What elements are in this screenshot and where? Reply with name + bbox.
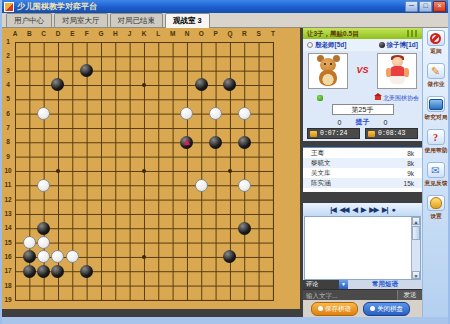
- captures-label: 提子: [356, 117, 370, 127]
- tab-3[interactable]: 对局已结束: [110, 13, 164, 27]
- tab-4[interactable]: 观战室 3: [165, 13, 210, 28]
- white-go-stone: [37, 250, 50, 263]
- row-label: 7: [3, 124, 13, 131]
- white-go-stone: [209, 107, 222, 120]
- white-captures: 0: [338, 119, 342, 126]
- back-fast-button[interactable]: ◀◀: [340, 206, 349, 214]
- close-board-button[interactable]: 关闭棋盘: [363, 302, 410, 316]
- column-label: E: [67, 30, 77, 37]
- spectator-name: 吴文库: [311, 169, 331, 178]
- column-label: M: [168, 30, 178, 37]
- minimize-button[interactable]: ─: [405, 1, 418, 12]
- board-grid: [15, 42, 274, 301]
- row-label: 13: [3, 210, 13, 217]
- column-label: D: [53, 30, 63, 37]
- white-go-stone: [23, 236, 36, 249]
- white-go-stone: [37, 107, 50, 120]
- avatars-row: VS: [303, 51, 422, 93]
- column-label: Q: [225, 30, 235, 37]
- clock-icon: [310, 131, 317, 137]
- school-icon: [317, 95, 323, 101]
- board-bottom-strip: [2, 309, 300, 317]
- last-move-button[interactable]: ▶|: [382, 206, 387, 214]
- forward-fast-button[interactable]: ▶▶: [369, 206, 378, 214]
- ban-icon: [427, 30, 445, 46]
- row-label: 1: [3, 38, 13, 45]
- chat-input-row: 发送: [303, 289, 422, 300]
- message-type-select[interactable]: 评论: [303, 280, 339, 289]
- sidebar-item-label: 返回: [430, 47, 441, 56]
- club-house-icon: [375, 96, 381, 100]
- white-go-stone: [66, 250, 79, 263]
- star-point: [142, 255, 146, 259]
- row-label: 5: [3, 95, 13, 102]
- app-icon: [4, 2, 14, 12]
- row-label: 19: [3, 296, 13, 303]
- white-stone-icon: [307, 42, 313, 48]
- right-toolbar: 返回✎做作业研究对局?使用帮助✉意见反馈设置: [422, 28, 448, 317]
- white-go-stone: [195, 179, 208, 192]
- column-label: T: [268, 30, 278, 37]
- captures-row: 0 提子 0: [303, 116, 422, 128]
- black-go-stone: [51, 78, 64, 91]
- sidebar-item-5[interactable]: ✉意见反馈: [424, 162, 448, 188]
- association-label: 北美围棋协会: [383, 94, 419, 103]
- tab-bar: 用户中心对局室大厅对局已结束观战室 3: [2, 13, 448, 28]
- column-label: G: [96, 30, 106, 37]
- spectator-name: 陈实涵: [311, 179, 331, 188]
- window-title: 少儿围棋教学对弈平台: [17, 1, 404, 12]
- play-button[interactable]: ●: [391, 206, 394, 213]
- star-point: [142, 169, 146, 173]
- footer-buttons-row: 保存棋谱 关闭棋盘: [303, 300, 422, 317]
- button-dot-icon: [318, 306, 323, 311]
- row-label: 16: [3, 253, 13, 260]
- black-go-stone: [51, 265, 64, 278]
- chat-input[interactable]: [303, 290, 397, 300]
- black-go-stone: [23, 265, 36, 278]
- send-button[interactable]: 发送: [397, 290, 422, 300]
- chat-controls-row: 评论 ▼ 常用短语: [303, 280, 422, 289]
- white-timer: 0:07:24: [307, 128, 360, 139]
- column-label: S: [254, 30, 264, 37]
- star-point: [228, 169, 232, 173]
- column-label: C: [39, 30, 49, 37]
- black-go-stone: [223, 78, 236, 91]
- spectator-name: 王骞: [311, 149, 324, 158]
- black-go-stone: [223, 250, 236, 263]
- forward-button[interactable]: ▶: [361, 206, 365, 214]
- game-rules-header: 让3子，黑贴0.5目: [303, 28, 422, 39]
- chevron-down-icon[interactable]: ▼: [339, 280, 348, 289]
- column-label: O: [196, 30, 206, 37]
- common-phrases-link[interactable]: 常用短语: [348, 280, 422, 289]
- maximize-button[interactable]: □: [419, 1, 432, 12]
- scroll-down-icon[interactable]: ▼: [412, 271, 420, 279]
- black-go-stone: [23, 250, 36, 263]
- spectator-row[interactable]: 陈实涵15k: [303, 178, 422, 188]
- black-go-stone: [238, 222, 251, 235]
- research-icon: [427, 96, 445, 112]
- black-go-stone: [37, 265, 50, 278]
- scroll-up-icon[interactable]: ▲: [412, 217, 420, 225]
- star-point: [56, 169, 60, 173]
- sidebar-item-label: 研究对局: [424, 113, 447, 122]
- white-go-stone: [238, 179, 251, 192]
- column-label: A: [10, 30, 20, 37]
- row-label: 9: [3, 153, 13, 160]
- row-label: 8: [3, 138, 13, 145]
- column-label: J: [125, 30, 135, 37]
- row-label: 6: [3, 110, 13, 117]
- pencil-icon: ✎: [427, 63, 445, 79]
- black-go-stone: [80, 265, 93, 278]
- column-label: H: [110, 30, 120, 37]
- go-board: ABCDEFGHJKLMNOPQRST123456789101112131415…: [2, 28, 300, 317]
- black-go-stone: [238, 136, 251, 149]
- spectator-rank: 9k: [407, 170, 414, 177]
- white-go-stone: [37, 179, 50, 192]
- row-label: 15: [3, 239, 13, 246]
- app-window: 少儿围棋教学对弈平台 ─ □ × 用户中心对局室大厅对局已结束观战室 3 ABC…: [0, 0, 450, 324]
- spectator-row[interactable]: 王骞8k: [303, 148, 422, 158]
- tab-2[interactable]: 对局室大厅: [54, 13, 108, 27]
- row-label: 11: [3, 181, 13, 188]
- spectator-rank: 8k: [407, 150, 414, 157]
- window-bottom-frame: [2, 317, 448, 324]
- white-go-stone: [238, 107, 251, 120]
- row-label: 4: [3, 81, 13, 88]
- black-go-stone: [37, 222, 50, 235]
- black-go-stone: [80, 64, 93, 77]
- column-label: R: [239, 30, 249, 37]
- spectator-row[interactable]: 吴文库9k: [303, 168, 422, 178]
- back-button[interactable]: ◀: [352, 206, 356, 214]
- black-stone-icon: [379, 42, 385, 48]
- association-row: 北美围棋协会: [303, 93, 422, 103]
- sidebar-item-2[interactable]: ✎做作业: [427, 63, 445, 89]
- last-move-marker-icon: [184, 139, 190, 145]
- column-label: P: [211, 30, 221, 37]
- sidebar-item-3[interactable]: 研究对局: [424, 96, 448, 122]
- sidebar-item-label: 设置: [430, 212, 441, 221]
- black-go-stone: [195, 78, 208, 91]
- white-go-stone: [51, 250, 64, 263]
- column-label: N: [182, 30, 192, 37]
- close-button[interactable]: ×: [433, 1, 446, 12]
- column-label: K: [139, 30, 149, 37]
- black-player-avatar: [377, 53, 417, 89]
- white-go-stone: [37, 236, 50, 249]
- black-go-stone: [180, 136, 193, 149]
- separator: [303, 192, 422, 203]
- spectator-rank: 8k: [407, 160, 414, 167]
- column-label: B: [24, 30, 34, 37]
- title-bar: 少儿围棋教学对弈平台 ─ □ ×: [2, 0, 448, 13]
- first-move-button[interactable]: |◀: [330, 206, 335, 214]
- chat-scrollbar[interactable]: ▲ ▼: [411, 217, 420, 279]
- row-label: 10: [3, 167, 13, 174]
- scrollbar-thumb[interactable]: [412, 226, 420, 240]
- white-player: 殷老师[5d]: [307, 41, 346, 50]
- game-info-panel: 让3子，黑贴0.5目 殷老师[5d] 徐子博[1d] VS: [300, 28, 422, 317]
- row-label: 14: [3, 224, 13, 231]
- column-label: F: [82, 30, 92, 37]
- sidebar-item-label: 意见反馈: [424, 179, 447, 188]
- header-decoration: [407, 30, 417, 37]
- hand-icon: [427, 195, 445, 211]
- button-dot-icon: [370, 306, 375, 311]
- row-label: 17: [3, 267, 13, 274]
- sidebar-item-1[interactable]: 返回: [427, 30, 445, 56]
- move-navigation-toolbar: |◀◀◀◀▶▶▶▶|●: [303, 203, 422, 216]
- mail-icon: ✉: [427, 162, 445, 178]
- sidebar-item-4[interactable]: ?使用帮助: [424, 129, 448, 155]
- main-area: ABCDEFGHJKLMNOPQRST123456789101112131415…: [2, 28, 448, 317]
- tab-1[interactable]: 用户中心: [6, 13, 52, 27]
- help-icon: ?: [427, 129, 445, 145]
- black-player: 徐子博[1d]: [379, 41, 418, 50]
- black-go-stone: [209, 136, 222, 149]
- black-captures: 0: [384, 119, 388, 126]
- row-label: 12: [3, 196, 13, 203]
- row-label: 3: [3, 67, 13, 74]
- sidebar-item-6[interactable]: 设置: [427, 195, 445, 221]
- players-row: 殷老师[5d] 徐子博[1d]: [303, 39, 422, 51]
- star-point: [142, 83, 146, 87]
- timers-row: 0:07:24 0:08:43: [303, 128, 422, 141]
- black-timer: 0:08:43: [365, 128, 418, 139]
- chat-message-area[interactable]: ▲ ▼: [304, 216, 421, 280]
- spectator-row[interactable]: 黎晓文8k: [303, 158, 422, 168]
- move-number: 第25手: [332, 104, 394, 115]
- spectator-name: 黎晓文: [311, 159, 331, 168]
- save-record-button[interactable]: 保存棋谱: [311, 302, 358, 316]
- sidebar-item-label: 使用帮助: [424, 146, 447, 155]
- clock-icon: [368, 131, 375, 137]
- row-label: 2: [3, 52, 13, 59]
- white-go-stone: [180, 107, 193, 120]
- spectator-list[interactable]: 王骞8k黎晓文8k吴文库9k陈实涵15k: [303, 147, 422, 192]
- row-label: 18: [3, 282, 13, 289]
- column-label: L: [153, 30, 163, 37]
- sidebar-item-label: 做作业: [427, 80, 444, 89]
- move-row: 第25手: [303, 103, 422, 116]
- spectator-rank: 15k: [404, 180, 414, 187]
